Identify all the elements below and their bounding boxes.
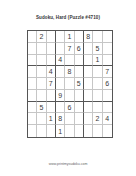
cell-r1c4 xyxy=(56,31,65,43)
cell-r4c8 xyxy=(93,66,102,78)
cell-r8c1 xyxy=(28,113,37,125)
cell-r9c9 xyxy=(103,125,112,137)
cell-r2c6: 6 xyxy=(75,43,84,55)
cell-r9c1 xyxy=(28,125,37,137)
cell-r6c1 xyxy=(28,90,37,102)
cell-r8c9: 4 xyxy=(103,113,112,125)
cell-r3c1 xyxy=(28,55,37,67)
cell-r3c2 xyxy=(37,55,46,67)
cell-r3c5 xyxy=(65,55,74,67)
cell-r1c9 xyxy=(103,31,112,43)
cell-r1c8 xyxy=(93,31,102,43)
cell-r7c6 xyxy=(75,102,84,114)
cell-r8c2 xyxy=(37,113,46,125)
cell-r7c9 xyxy=(103,102,112,114)
cell-r9c8 xyxy=(93,125,102,137)
cell-r5c8 xyxy=(93,78,102,90)
cell-r8c7 xyxy=(84,113,93,125)
cell-r8c5 xyxy=(65,113,74,125)
cell-r7c5: 6 xyxy=(65,102,74,114)
cell-r1c7: 8 xyxy=(84,31,93,43)
cell-r4c4 xyxy=(56,66,65,78)
cell-r4c1 xyxy=(28,66,37,78)
page: Sudoku, Hard (Puzzle #4710) 218765414877… xyxy=(0,0,136,176)
cell-r4c7 xyxy=(84,66,93,78)
cell-r9c3 xyxy=(47,125,56,137)
cell-r8c4: 8 xyxy=(56,113,65,125)
cell-r2c9 xyxy=(103,43,112,55)
cell-r5c4 xyxy=(56,78,65,90)
cell-r4c5: 8 xyxy=(65,66,74,78)
cell-r1c3 xyxy=(47,31,56,43)
cell-r5c9: 6 xyxy=(103,78,112,90)
cell-r9c4: 1 xyxy=(56,125,65,137)
cell-r9c6 xyxy=(75,125,84,137)
cell-r8c8: 2 xyxy=(93,113,102,125)
cell-r5c6: 5 xyxy=(75,78,84,90)
cell-r3c8: 1 xyxy=(93,55,102,67)
cell-r4c6 xyxy=(75,66,84,78)
cell-r2c3 xyxy=(47,43,56,55)
page-title: Sudoku, Hard (Puzzle #4710) xyxy=(0,15,136,20)
cell-r3c7 xyxy=(84,55,93,67)
cell-r6c7 xyxy=(84,90,93,102)
cell-r3c9 xyxy=(103,55,112,67)
cell-r5c3: 7 xyxy=(47,78,56,90)
cell-r5c7 xyxy=(84,78,93,90)
cell-r7c8 xyxy=(93,102,102,114)
cell-r2c2 xyxy=(37,43,46,55)
cell-r1c6 xyxy=(75,31,84,43)
cell-r8c6 xyxy=(75,113,84,125)
cell-r2c1 xyxy=(28,43,37,55)
cell-r2c7 xyxy=(84,43,93,55)
cell-r9c7 xyxy=(84,125,93,137)
cell-r9c5 xyxy=(65,125,74,137)
cell-r5c1 xyxy=(28,78,37,90)
cell-r2c4 xyxy=(56,43,65,55)
cell-r3c3 xyxy=(47,55,56,67)
watermark-url: www.printmysudoku.com xyxy=(0,162,136,166)
cell-r7c3 xyxy=(47,102,56,114)
cell-r4c2 xyxy=(37,66,46,78)
cell-r2c8: 5 xyxy=(93,43,102,55)
cell-r7c2: 5 xyxy=(37,102,46,114)
cell-r7c4 xyxy=(56,102,65,114)
cell-r5c2 xyxy=(37,78,46,90)
cell-r3c4: 4 xyxy=(56,55,65,67)
cell-r6c9 xyxy=(103,90,112,102)
cell-r2c5: 7 xyxy=(65,43,74,55)
cell-r5c5 xyxy=(65,78,74,90)
cell-r6c3 xyxy=(47,90,56,102)
cell-r6c2 xyxy=(37,90,46,102)
cell-r1c5: 1 xyxy=(65,31,74,43)
cell-r6c5 xyxy=(65,90,74,102)
cell-r7c7 xyxy=(84,102,93,114)
cell-r6c4: 9 xyxy=(56,90,65,102)
cell-r4c9: 7 xyxy=(103,66,112,78)
cell-r4c3: 4 xyxy=(47,66,56,78)
cell-r6c8 xyxy=(93,90,102,102)
cell-r9c2 xyxy=(37,125,46,137)
cell-r7c1 xyxy=(28,102,37,114)
sudoku-board: 2187654148775695618241 xyxy=(27,30,113,138)
cell-r1c1 xyxy=(28,31,37,43)
cell-r6c6 xyxy=(75,90,84,102)
cell-r1c2: 2 xyxy=(37,31,46,43)
cell-r8c3: 1 xyxy=(47,113,56,125)
cell-r3c6 xyxy=(75,55,84,67)
